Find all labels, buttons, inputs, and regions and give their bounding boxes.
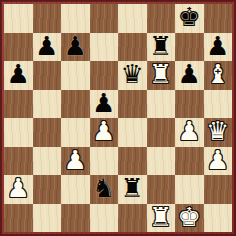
- square-g1[interactable]: ♚: [175, 204, 204, 233]
- square-f1[interactable]: ♜: [147, 204, 176, 233]
- black-pawn: ♟: [35, 33, 58, 59]
- square-d2[interactable]: ♞: [90, 175, 119, 204]
- square-g7[interactable]: [175, 33, 204, 62]
- square-a1[interactable]: [4, 204, 33, 233]
- black-pawn: ♟: [64, 33, 87, 59]
- square-a2[interactable]: ♟: [4, 175, 33, 204]
- black-pawn: ♟: [178, 61, 201, 87]
- square-h1[interactable]: [204, 204, 233, 233]
- square-c6[interactable]: [61, 61, 90, 90]
- square-d7[interactable]: [90, 33, 119, 62]
- square-h3[interactable]: ♟: [204, 147, 233, 176]
- white-pawn: ♟: [64, 147, 87, 173]
- square-e2[interactable]: ♜: [118, 175, 147, 204]
- square-a8[interactable]: [4, 4, 33, 33]
- white-king: ♚: [178, 204, 201, 230]
- black-pawn: ♟: [7, 61, 30, 87]
- square-c7[interactable]: ♟: [61, 33, 90, 62]
- square-b1[interactable]: [33, 204, 62, 233]
- square-h2[interactable]: [204, 175, 233, 204]
- square-c2[interactable]: [61, 175, 90, 204]
- square-b7[interactable]: ♟: [33, 33, 62, 62]
- square-d6[interactable]: [90, 61, 119, 90]
- white-pawn: ♟: [206, 147, 229, 173]
- square-a3[interactable]: [4, 147, 33, 176]
- square-a5[interactable]: [4, 90, 33, 119]
- chess-board-frame: ♚♟♟♜♟♟♛♜♟♝♟♟♟♛♟♟♟♞♜♜♚: [0, 0, 236, 236]
- square-f3[interactable]: [147, 147, 176, 176]
- square-e3[interactable]: [118, 147, 147, 176]
- square-e1[interactable]: [118, 204, 147, 233]
- chess-board: ♚♟♟♜♟♟♛♜♟♝♟♟♟♛♟♟♟♞♜♜♚: [4, 4, 232, 232]
- square-b5[interactable]: [33, 90, 62, 119]
- square-b3[interactable]: [33, 147, 62, 176]
- black-rook: ♜: [121, 175, 144, 201]
- square-g2[interactable]: [175, 175, 204, 204]
- black-queen: ♛: [121, 61, 144, 87]
- square-d5[interactable]: ♟: [90, 90, 119, 119]
- square-g8[interactable]: ♚: [175, 4, 204, 33]
- square-b2[interactable]: [33, 175, 62, 204]
- square-b6[interactable]: [33, 61, 62, 90]
- square-c1[interactable]: [61, 204, 90, 233]
- square-f8[interactable]: [147, 4, 176, 33]
- square-g4[interactable]: ♟: [175, 118, 204, 147]
- square-a6[interactable]: ♟: [4, 61, 33, 90]
- square-e7[interactable]: [118, 33, 147, 62]
- white-queen: ♛: [206, 118, 229, 144]
- square-d1[interactable]: [90, 204, 119, 233]
- square-e6[interactable]: ♛: [118, 61, 147, 90]
- square-h4[interactable]: ♛: [204, 118, 233, 147]
- black-king: ♚: [178, 4, 201, 30]
- square-c3[interactable]: ♟: [61, 147, 90, 176]
- white-pawn: ♟: [178, 118, 201, 144]
- square-d8[interactable]: [90, 4, 119, 33]
- square-g6[interactable]: ♟: [175, 61, 204, 90]
- white-pawn: ♟: [7, 175, 30, 201]
- black-rook: ♜: [149, 33, 172, 59]
- black-pawn: ♟: [206, 33, 229, 59]
- square-f7[interactable]: ♜: [147, 33, 176, 62]
- square-c8[interactable]: [61, 4, 90, 33]
- square-f6[interactable]: ♜: [147, 61, 176, 90]
- square-h5[interactable]: [204, 90, 233, 119]
- white-bishop: ♝: [206, 61, 229, 87]
- black-pawn: ♟: [92, 90, 115, 116]
- square-a4[interactable]: [4, 118, 33, 147]
- square-d3[interactable]: [90, 147, 119, 176]
- square-h8[interactable]: [204, 4, 233, 33]
- white-rook: ♜: [149, 204, 172, 230]
- square-e5[interactable]: [118, 90, 147, 119]
- square-a7[interactable]: [4, 33, 33, 62]
- square-d4[interactable]: ♟: [90, 118, 119, 147]
- square-e4[interactable]: [118, 118, 147, 147]
- white-rook: ♜: [149, 61, 172, 87]
- square-f4[interactable]: [147, 118, 176, 147]
- square-b4[interactable]: [33, 118, 62, 147]
- square-f5[interactable]: [147, 90, 176, 119]
- square-g5[interactable]: [175, 90, 204, 119]
- black-knight: ♞: [92, 175, 115, 201]
- square-f2[interactable]: [147, 175, 176, 204]
- square-e8[interactable]: [118, 4, 147, 33]
- square-h6[interactable]: ♝: [204, 61, 233, 90]
- square-c5[interactable]: [61, 90, 90, 119]
- square-c4[interactable]: [61, 118, 90, 147]
- square-g3[interactable]: [175, 147, 204, 176]
- square-b8[interactable]: [33, 4, 62, 33]
- square-h7[interactable]: ♟: [204, 33, 233, 62]
- white-pawn: ♟: [92, 118, 115, 144]
